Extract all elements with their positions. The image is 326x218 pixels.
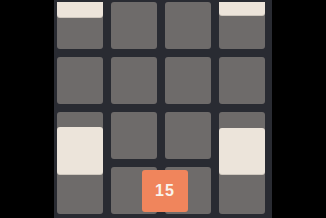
puzzle-board: 15 xyxy=(54,0,272,218)
grid-cell-r2c4 xyxy=(219,57,265,104)
grid-cell-r3c2 xyxy=(111,112,157,159)
grid-cell-r2c2 xyxy=(111,57,157,104)
grid-cell-r3c3 xyxy=(165,112,211,159)
tile-partial-top-left[interactable] xyxy=(57,2,103,18)
grid-cell-r2c1 xyxy=(57,57,103,104)
grid-cell-r2c3 xyxy=(165,57,211,104)
tile-partial-top-right[interactable] xyxy=(219,2,265,16)
grid-cell-r1c2 xyxy=(111,2,157,49)
tile-sliding-col1[interactable] xyxy=(57,127,103,175)
stage: 15 xyxy=(0,0,326,218)
grid-cell-r1c3 xyxy=(165,2,211,49)
tile-sliding-col4[interactable] xyxy=(219,128,265,175)
tile-15-label: 15 xyxy=(155,183,175,199)
tile-15[interactable]: 15 xyxy=(142,170,188,212)
